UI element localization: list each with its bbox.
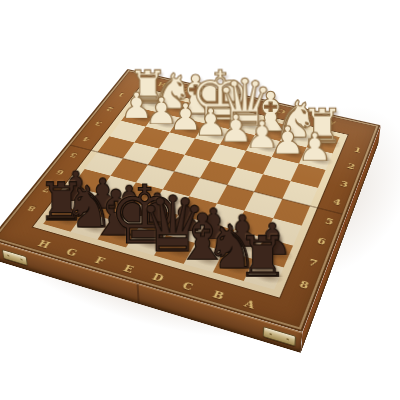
file-label-near: C	[176, 277, 200, 295]
rank-label-right: 3	[334, 177, 354, 191]
file-label-far: A	[323, 117, 341, 129]
chess-board: HH11GG22FF33EE44DD55CC66BB77AA88 ♜♞♝♛♚♝♞…	[0, 69, 381, 332]
file-label-near: F	[88, 252, 112, 269]
file-label-far: H	[153, 79, 171, 89]
rank-label-right: 2	[342, 160, 361, 173]
piece-black-rook: ♜	[217, 186, 308, 277]
rank-label-left: 1	[111, 90, 130, 101]
fold-seam-front	[136, 283, 139, 304]
file-label-far: E	[223, 95, 241, 106]
file-label-near: B	[207, 286, 231, 304]
screw-dot	[7, 255, 9, 257]
file-label-near: D	[146, 269, 170, 287]
file-label-near: H	[32, 236, 56, 252]
file-label-near: A	[238, 295, 262, 314]
chess-set-photo: HH11GG22FF33EE44DD55CC66BB77AA88 ♜♞♝♛♚♝♞…	[0, 0, 400, 400]
rank-label-left: 2	[100, 104, 119, 115]
file-label-near: G	[60, 244, 84, 260]
file-label-near: E	[117, 260, 141, 277]
screw-dot	[287, 338, 289, 340]
rank-label-right: 1	[348, 144, 367, 157]
file-label-far: D	[247, 100, 265, 111]
file-label-far: F	[199, 90, 217, 101]
brass-hinge	[2, 249, 28, 266]
fold-seam-right	[344, 215, 347, 236]
rank-label-right: 8	[293, 276, 316, 294]
file-label-far: C	[272, 106, 290, 117]
file-label-far: B	[297, 111, 315, 123]
file-label-far: G	[176, 85, 194, 96]
rank-label-right: 4	[327, 195, 347, 210]
rank-label-right: 5	[319, 214, 340, 229]
screw-dot	[270, 333, 272, 335]
brass-clasp	[263, 326, 297, 346]
screw-dot	[20, 258, 22, 260]
